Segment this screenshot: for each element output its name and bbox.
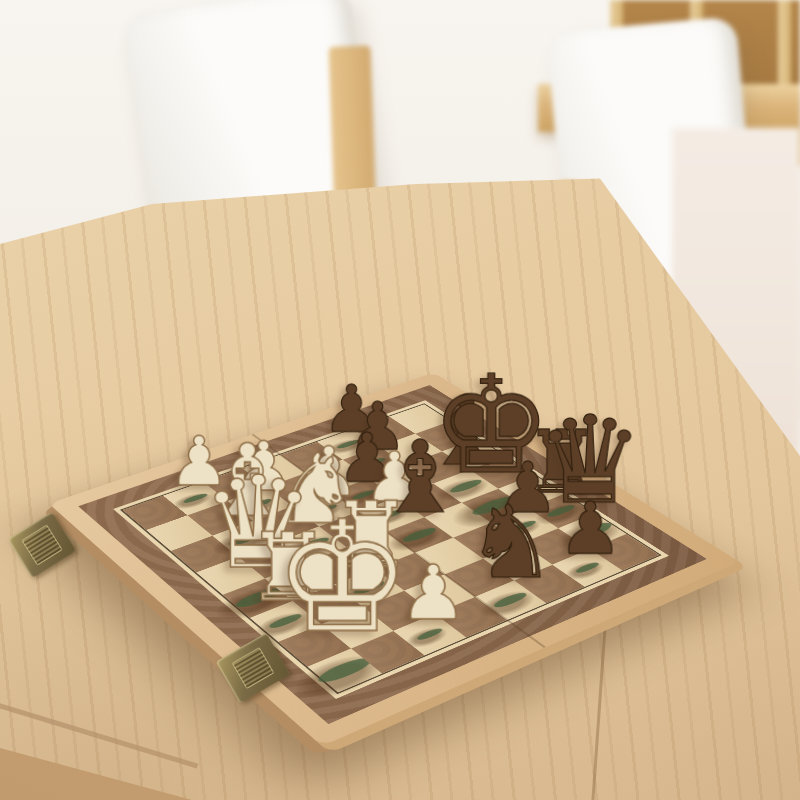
black-pawn[interactable]: ♟ bbox=[558, 493, 622, 565]
clasp-emblem bbox=[231, 647, 275, 690]
white-king[interactable]: ♚ bbox=[273, 501, 411, 655]
shelf-divider bbox=[778, 0, 791, 86]
clasp-emblem bbox=[22, 525, 62, 565]
photo-scene: ♟♟♟♟♝♟♟♞♟♝♛♝♚♜♜♟♜♛♚♟♞♟ bbox=[0, 0, 800, 800]
black-knight[interactable]: ♞ bbox=[466, 492, 556, 593]
